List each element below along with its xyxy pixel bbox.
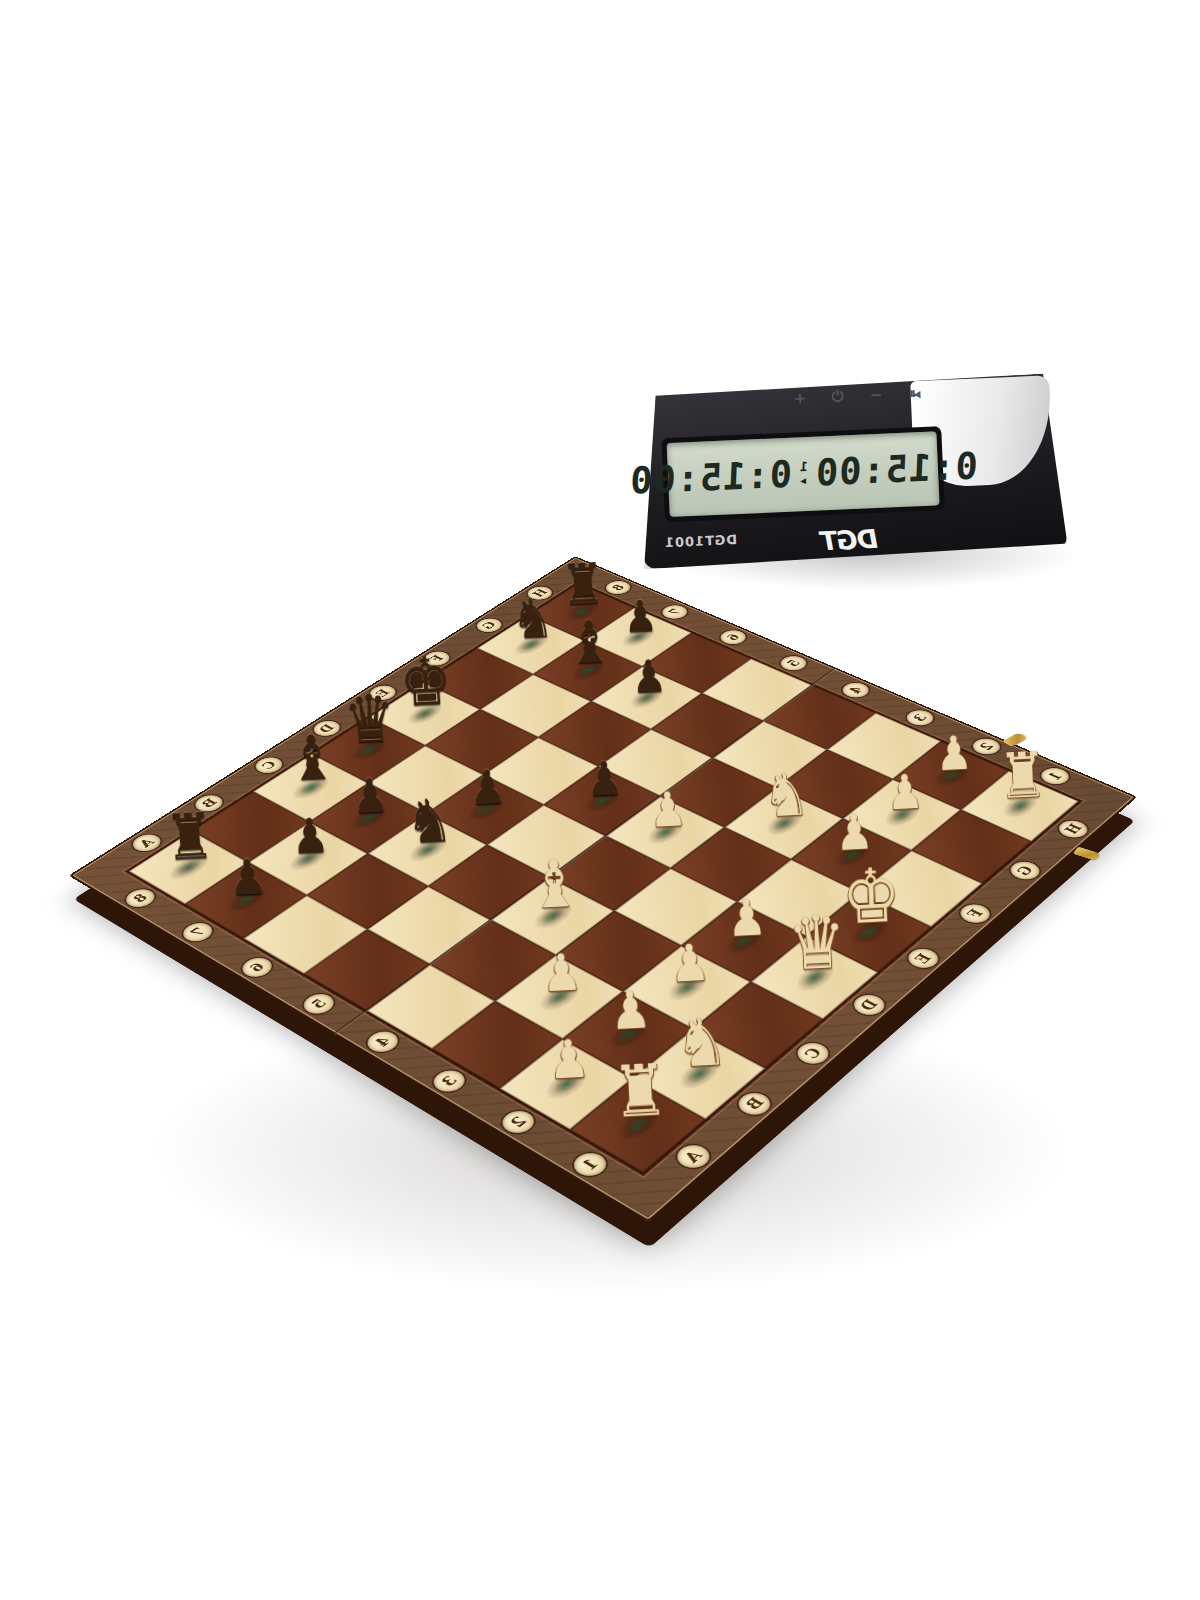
rank-label-8: 8 [120, 886, 160, 911]
clock-lcd-bezel: 0:15:00 1 ▸ 0:15:00 [662, 426, 945, 522]
clock-plus-button[interactable]: + [793, 389, 806, 408]
rank-label-6: 6 [716, 628, 751, 647]
dgt-logo: DGT [818, 524, 881, 556]
piece-white-rook-h1[interactable]: ♜ [973, 743, 1072, 810]
rank-label-7: 7 [177, 919, 217, 945]
rank-label-6: 6 [237, 954, 278, 981]
file-label-D: D [848, 991, 890, 1019]
file-label-C: C [791, 1039, 834, 1068]
clock-right-time: 0:15:00 [628, 453, 793, 503]
file-label-A: A [671, 1141, 716, 1173]
piece-white-queen-d1[interactable]: ♛ [763, 903, 871, 982]
chess-clock: + ⏻ − ⏯ 0:15:00 1 ▸ 0:15:00 DGT DGT1001 [636, 373, 1067, 569]
square-h1[interactable]: ♜ [961, 771, 1079, 842]
clock-model-label: DGT1001 [664, 532, 738, 550]
rank-label-4: 4 [838, 680, 874, 700]
piece-black-pawn-a7[interactable]: ♟ [196, 851, 299, 905]
clock-left-time: 0:15:00 [814, 445, 979, 495]
rank-label-3: 3 [902, 707, 939, 728]
rank-label-5: 5 [776, 653, 812, 673]
piece-white-bishop-c4[interactable]: ♝ [502, 849, 607, 920]
file-label-E: E [903, 945, 944, 972]
piece-black-pawn-g6[interactable]: ♟ [602, 652, 695, 701]
clock-turn-indicator: 1 ▸ [798, 460, 808, 488]
piece-white-rook-a1[interactable]: ♜ [583, 1054, 698, 1130]
clock-lcd-screen: 0:15:00 1 ▸ 0:15:00 [667, 431, 940, 516]
rank-label-2: 2 [496, 1107, 540, 1138]
clock-playpause-button[interactable]: ⏯ [908, 384, 921, 403]
piece-white-pawn-e4[interactable]: ♟ [618, 783, 718, 836]
file-label-H: H [1054, 817, 1093, 841]
clock-minus-button[interactable]: − [870, 386, 883, 405]
file-label-B: B [732, 1089, 776, 1119]
product-photo-chess-set: + ⏻ − ⏯ 0:15:00 1 ▸ 0:15:00 DGT DGT1001 [0, 0, 1200, 1600]
rank-label-1: 1 [567, 1149, 612, 1181]
clock-power-button[interactable]: ⏻ [832, 388, 845, 407]
rank-label-3: 3 [427, 1066, 470, 1096]
file-label-G: G [1005, 858, 1045, 883]
file-label-F: F [955, 901, 996, 927]
square-e4[interactable]: ♟ [606, 796, 725, 868]
rank-label-4: 4 [361, 1028, 404, 1056]
rank-label-5: 5 [298, 990, 340, 1017]
piece-black-knight-c6[interactable]: ♞ [379, 789, 480, 854]
